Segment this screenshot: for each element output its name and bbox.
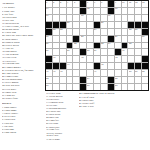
cell-5-11[interactable] (115, 29, 121, 35)
black-cell-9-1 (46, 56, 52, 62)
cell-number: 19 (108, 14, 110, 16)
cell-11-1[interactable]: 46 (46, 70, 52, 76)
cell-number: 36 (46, 49, 48, 51)
black-cell-4-1 (46, 22, 52, 28)
cell-7-7[interactable] (87, 43, 93, 49)
cell-number: 46 (46, 70, 48, 72)
black-cell-4-15 (142, 22, 148, 28)
cell-8-2[interactable] (53, 49, 59, 55)
black-cell-10-1 (46, 63, 52, 69)
cell-10-5[interactable] (73, 63, 79, 69)
cell-8-7[interactable]: 38 (87, 49, 93, 55)
cell-number: 22 (53, 28, 55, 30)
black-cell-9-15 (142, 56, 148, 62)
crossword-grid: 1234567891011121314151617181920212223242… (45, 0, 149, 91)
cell-number: 6 (87, 1, 88, 3)
cell-2-5[interactable] (73, 8, 79, 14)
cell-number: 26 (135, 28, 137, 30)
cell-number: 39 (94, 49, 96, 51)
cell-9-14[interactable] (135, 56, 141, 62)
black-cell-10-3 (60, 63, 66, 69)
cell-7-10[interactable]: 34 (108, 43, 114, 49)
cell-3-2[interactable] (53, 15, 59, 21)
cell-9-3[interactable] (60, 56, 66, 62)
cell-6-3[interactable] (60, 36, 66, 42)
cell-number: 13 (142, 1, 144, 3)
cell-number: 43 (115, 56, 117, 58)
cell-2-12[interactable] (122, 8, 128, 14)
cell-9-5[interactable] (73, 56, 79, 62)
black-cell-7-8 (94, 43, 100, 49)
black-cell-1-6 (80, 1, 86, 7)
cell-number: 28 (81, 35, 83, 37)
cell-12-15[interactable] (142, 77, 148, 83)
cell-6-14[interactable] (135, 36, 141, 42)
cell-10-9[interactable]: 45 (101, 63, 107, 69)
cell-12-1[interactable]: 53 (46, 77, 52, 83)
black-cell-10-13 (128, 63, 134, 69)
cell-number: 18 (81, 14, 83, 16)
cell-7-11[interactable] (115, 43, 121, 49)
cell-9-10[interactable] (108, 56, 114, 62)
cell-8-13[interactable] (128, 49, 134, 55)
cell-5-12[interactable] (122, 29, 128, 35)
cell-13-15[interactable] (142, 84, 148, 90)
black-cell-8-11 (115, 49, 121, 55)
cell-number: 3 (60, 1, 61, 3)
cell-1-3[interactable]: 3 (60, 1, 66, 7)
cell-9-13[interactable] (128, 56, 134, 62)
cell-10-6[interactable] (80, 63, 86, 69)
cell-5-4[interactable] (67, 29, 73, 35)
cell-4-6[interactable] (80, 22, 86, 28)
cell-number: 44 (67, 63, 69, 65)
cell-12-9[interactable] (101, 77, 107, 83)
cell-1-5[interactable]: 5 (73, 1, 79, 7)
cell-2-11[interactable]: 16 (115, 8, 121, 14)
cell-11-3[interactable]: 48 (60, 70, 66, 76)
cell-11-15[interactable]: 52 (142, 70, 148, 76)
cell-number: 17 (46, 14, 48, 16)
cell-8-9[interactable] (101, 49, 107, 55)
cell-10-4[interactable]: 44 (67, 63, 73, 69)
cell-number: 16 (115, 7, 117, 9)
black-cell-10-8 (94, 63, 100, 69)
cell-number: 55 (115, 77, 117, 79)
cell-number: 11 (129, 1, 131, 3)
across-clue-58: 58 Winter flake (2, 96, 45, 99)
black-cell-4-3 (60, 22, 66, 28)
cell-3-5[interactable] (73, 15, 79, 21)
cell-10-12[interactable] (122, 63, 128, 69)
cell-3-12[interactable] (122, 15, 128, 21)
cell-13-1[interactable]: 56 (46, 84, 52, 90)
cell-5-8[interactable]: 24 (94, 29, 100, 35)
cell-11-10[interactable] (108, 70, 114, 76)
cell-9-7[interactable] (87, 56, 93, 62)
cell-number: 48 (60, 70, 62, 72)
cell-number: 56 (46, 84, 48, 86)
cell-number: 34 (108, 42, 110, 44)
cell-number: 49 (94, 70, 96, 72)
cell-1-13[interactable]: 11 (128, 1, 134, 7)
cell-2-8[interactable] (94, 8, 100, 14)
cell-7-14[interactable] (135, 43, 141, 49)
cell-number: 41 (53, 56, 55, 58)
cell-9-6[interactable]: 42 (80, 56, 86, 62)
black-cell-4-14 (135, 22, 141, 28)
cell-8-15[interactable] (142, 49, 148, 55)
cell-number: 4 (67, 1, 68, 3)
cell-1-15[interactable]: 13 (142, 1, 148, 7)
cell-6-7[interactable] (87, 36, 93, 42)
cell-number: 35 (129, 42, 131, 44)
cell-12-3[interactable] (60, 77, 66, 83)
cell-3-3[interactable] (60, 15, 66, 21)
cell-number: 52 (142, 70, 144, 72)
cell-7-1[interactable]: 31 (46, 43, 52, 49)
cell-1-12[interactable]: 10 (122, 1, 128, 7)
cell-13-12[interactable] (122, 84, 128, 90)
cell-number: 7 (94, 1, 95, 3)
cell-7-2[interactable] (53, 43, 59, 49)
cell-number: 9 (115, 1, 116, 3)
cell-12-2[interactable] (53, 77, 59, 83)
cell-9-8[interactable] (94, 56, 100, 62)
cell-number: 37 (67, 49, 69, 51)
down-clue-list-3: 42 Commandment talks in church43 Ear of … (79, 92, 122, 108)
cell-7-9[interactable]: 33 (101, 43, 107, 49)
cell-2-3[interactable] (60, 8, 66, 14)
cell-10-7[interactable] (87, 63, 93, 69)
black-cell-6-10 (108, 36, 114, 42)
cell-3-9[interactable] (101, 15, 107, 21)
cell-6-1[interactable]: 27 (46, 36, 52, 42)
cell-6-15[interactable]: 30 (142, 36, 148, 42)
cell-13-14[interactable] (135, 84, 141, 90)
cell-6-8[interactable] (94, 36, 100, 42)
cell-7-13[interactable]: 35 (128, 43, 134, 49)
cell-number: 23 (60, 28, 62, 30)
across-clue-list: 1 Sly glance6 Stage part9 Tart fruit14 O… (2, 6, 45, 100)
cell-8-3[interactable] (60, 49, 66, 55)
down-clue-list-2: 10 Gentle push11 Ocean motion12 Pig's pl… (46, 92, 79, 140)
cell-number: 57 (87, 84, 89, 86)
cell-8-5[interactable] (73, 49, 79, 55)
cell-12-4[interactable] (67, 77, 73, 83)
cell-11-8[interactable]: 49 (94, 70, 100, 76)
cell-number: 25 (129, 28, 131, 30)
black-cell-5-15 (142, 29, 148, 35)
cell-3-11[interactable] (115, 15, 121, 21)
cell-11-7[interactable] (87, 70, 93, 76)
cell-7-15[interactable] (142, 43, 148, 49)
cell-3-6[interactable]: 18 (80, 15, 86, 21)
cell-number: 51 (135, 70, 137, 72)
cell-6-2[interactable] (53, 36, 59, 42)
cell-11-2[interactable]: 47 (53, 70, 59, 76)
clue-column-right: 42 Commandment talks in church43 Ear of … (79, 92, 123, 108)
cell-2-9[interactable] (101, 8, 107, 14)
cell-4-4[interactable]: 20 (67, 22, 73, 28)
black-cell-4-2 (53, 22, 59, 28)
cell-7-5[interactable]: 32 (73, 43, 79, 49)
black-cell-7-4 (67, 43, 73, 49)
cell-number: 14 (46, 7, 48, 9)
black-cell-6-5 (73, 36, 79, 42)
black-cell-4-8 (94, 22, 100, 28)
cell-number: 24 (94, 28, 96, 30)
cell-number: 8 (101, 1, 102, 3)
cell-8-14[interactable] (135, 49, 141, 55)
cell-2-4[interactable] (67, 8, 73, 14)
cell-10-11[interactable] (115, 63, 121, 69)
black-cell-1-10 (108, 1, 114, 7)
cell-2-15[interactable] (142, 8, 148, 14)
cell-number: 45 (101, 63, 103, 65)
cell-11-14[interactable]: 51 (135, 70, 141, 76)
cell-11-6[interactable] (80, 70, 86, 76)
cell-1-2[interactable]: 2 (53, 1, 59, 7)
cell-5-7[interactable] (87, 29, 93, 35)
cell-13-13[interactable] (128, 84, 134, 90)
cell-9-2[interactable]: 41 (53, 56, 59, 62)
cell-12-12[interactable] (122, 77, 128, 83)
cell-4-11[interactable] (115, 22, 121, 28)
cell-number: 31 (46, 42, 48, 44)
clue-column-left: ACROSS 1 Sly glance6 Stage part9 Tart fr… (2, 1, 45, 148)
cell-12-14[interactable] (135, 77, 141, 83)
cell-number: 1 (46, 1, 47, 3)
cell-9-9[interactable] (101, 56, 107, 62)
black-cell-13-6 (80, 84, 86, 90)
cell-5-13[interactable]: 25 (128, 29, 134, 35)
black-cell-2-6 (80, 8, 86, 14)
cell-number: 30 (142, 35, 144, 37)
cell-13-7[interactable]: 57 (87, 84, 93, 90)
cell-2-2[interactable] (53, 8, 59, 14)
cell-2-7[interactable]: 15 (87, 8, 93, 14)
cell-3-1[interactable]: 17 (46, 15, 52, 21)
cell-number: 20 (67, 21, 69, 23)
cell-13-2[interactable] (53, 84, 59, 90)
cell-13-3[interactable] (60, 84, 66, 90)
cell-6-13[interactable] (128, 36, 134, 42)
black-cell-10-14 (135, 63, 141, 69)
cell-6-6[interactable]: 28 (80, 36, 86, 42)
cell-8-8[interactable]: 39 (94, 49, 100, 55)
cell-3-4[interactable] (67, 15, 73, 21)
cell-number: 10 (122, 1, 124, 3)
cell-13-9[interactable] (101, 84, 107, 90)
black-cell-12-6 (80, 77, 86, 83)
cell-2-14[interactable] (135, 8, 141, 14)
cell-9-11[interactable]: 43 (115, 56, 121, 62)
cell-11-12[interactable] (122, 70, 128, 76)
cell-3-8[interactable] (94, 15, 100, 21)
cell-5-14[interactable]: 26 (135, 29, 141, 35)
clue-column-middle: 10 Gentle push11 Ocean motion12 Pig's pl… (46, 92, 79, 140)
cell-8-10[interactable] (108, 49, 114, 55)
cell-11-11[interactable] (115, 70, 121, 76)
black-cell-12-10 (108, 77, 114, 83)
cell-12-8[interactable] (94, 77, 100, 83)
cell-12-5[interactable] (73, 77, 79, 83)
cell-number: 50 (129, 70, 131, 72)
crossword-page: ACROSS 1 Sly glance6 Stage part9 Tart fr… (0, 0, 150, 150)
cell-6-4[interactable] (67, 36, 73, 42)
cell-number: 54 (87, 77, 89, 79)
cell-12-11[interactable]: 55 (115, 77, 121, 83)
cell-5-10[interactable] (108, 29, 114, 35)
black-cell-13-10 (108, 84, 114, 90)
cell-3-7[interactable] (87, 15, 93, 21)
cell-12-7[interactable]: 54 (87, 77, 93, 83)
cell-4-7[interactable] (87, 22, 93, 28)
cell-9-12[interactable] (122, 56, 128, 62)
cell-4-5[interactable] (73, 22, 79, 28)
black-cell-10-2 (53, 63, 59, 69)
cell-number: 27 (46, 35, 48, 37)
cell-1-4[interactable]: 4 (67, 1, 73, 7)
cell-7-3[interactable] (60, 43, 66, 49)
cell-8-12[interactable]: 40 (122, 49, 128, 55)
cell-6-11[interactable]: 29 (115, 36, 121, 42)
cell-13-11[interactable]: 58 (115, 84, 121, 90)
cell-number: 5 (74, 1, 75, 3)
cell-number: 42 (81, 56, 83, 58)
black-cell-2-10 (108, 8, 114, 14)
down-clue-9: 9 Front porch (2, 131, 45, 134)
cell-6-12[interactable] (122, 36, 128, 42)
black-cell-10-15 (142, 63, 148, 69)
cell-13-8[interactable] (94, 84, 100, 90)
cell-1-14[interactable]: 12 (135, 1, 141, 7)
cell-1-8[interactable]: 7 (94, 1, 100, 7)
cell-number: 53 (46, 77, 48, 79)
cell-3-13[interactable] (128, 15, 134, 21)
cell-7-6[interactable] (80, 43, 86, 49)
cell-number: 32 (74, 42, 76, 44)
cell-6-9[interactable] (101, 36, 107, 42)
cell-number: 21 (101, 21, 103, 23)
cell-4-9[interactable]: 21 (101, 22, 107, 28)
cell-13-4[interactable] (67, 84, 73, 90)
cell-3-14[interactable] (135, 15, 141, 21)
cell-3-15[interactable] (142, 15, 148, 21)
cell-4-10[interactable] (108, 22, 114, 28)
cell-2-13[interactable] (128, 8, 134, 14)
cell-number: 12 (135, 1, 137, 3)
cell-number: 40 (122, 49, 124, 51)
cell-11-13[interactable]: 50 (128, 70, 134, 76)
cell-4-12[interactable] (122, 22, 128, 28)
cell-10-10[interactable] (108, 63, 114, 69)
cell-5-6[interactable] (80, 29, 86, 35)
cell-number: 33 (101, 42, 103, 44)
cell-9-4[interactable] (67, 56, 73, 62)
cell-5-2[interactable]: 22 (53, 29, 59, 35)
cell-11-5[interactable] (73, 70, 79, 76)
cell-8-4[interactable]: 37 (67, 49, 73, 55)
cell-number: 38 (87, 49, 89, 51)
cell-8-1[interactable]: 36 (46, 49, 52, 55)
cell-1-9[interactable]: 8 (101, 1, 107, 7)
cell-12-13[interactable] (128, 77, 134, 83)
black-cell-4-13 (128, 22, 134, 28)
black-cell-8-6 (80, 49, 86, 55)
black-cell-7-12 (122, 43, 128, 49)
black-cell-5-1 (46, 29, 52, 35)
cell-13-5[interactable] (73, 84, 79, 90)
cell-number: 29 (115, 35, 117, 37)
cell-5-5[interactable] (73, 29, 79, 35)
cell-number: 58 (115, 84, 117, 86)
down-clue-list-1: 1 Soda choice2 Lion's home3 Poetic 'abov… (2, 106, 45, 134)
cell-number: 15 (87, 7, 89, 9)
cell-number: 47 (53, 70, 55, 72)
cell-11-4[interactable] (67, 70, 73, 76)
cell-5-9[interactable] (101, 29, 107, 35)
cell-3-10[interactable]: 19 (108, 15, 114, 21)
cell-11-9[interactable] (101, 70, 107, 76)
cell-number: 2 (53, 1, 54, 3)
cell-2-1[interactable]: 14 (46, 8, 52, 14)
cell-5-3[interactable]: 23 (60, 29, 66, 35)
